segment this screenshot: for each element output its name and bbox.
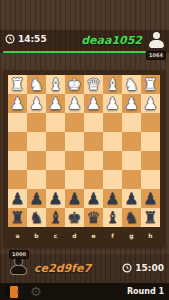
- black-pawn[interactable]: ♟: [105, 189, 119, 208]
- square-b6[interactable]: [27, 113, 46, 132]
- opponent-avatar[interactable]: [147, 32, 165, 48]
- player-rating-badge: 1000: [9, 250, 29, 259]
- square-h3[interactable]: [141, 170, 160, 189]
- file-label-h: h: [141, 232, 160, 239]
- white-pawn[interactable]: ♟: [10, 94, 24, 113]
- square-h2[interactable]: ♟: [141, 189, 160, 208]
- white-queen[interactable]: ♛: [86, 75, 100, 94]
- white-bishop[interactable]: ♝: [48, 75, 62, 94]
- square-h1[interactable]: ♜: [141, 208, 160, 227]
- black-pawn[interactable]: ♟: [143, 189, 157, 208]
- file-label-f: f: [103, 232, 122, 239]
- square-c8[interactable]: ♝: [46, 75, 65, 94]
- file-label-b: b: [27, 232, 46, 239]
- square-h7[interactable]: ♟: [141, 94, 160, 113]
- square-d6[interactable]: [65, 113, 84, 132]
- file-label-a: a: [8, 232, 27, 239]
- square-g4[interactable]: [122, 151, 141, 170]
- square-g8[interactable]: ♞: [122, 75, 141, 94]
- board-grid[interactable]: ♜♞♝♚♛♝♞♜♟♟♟♟♟♟♟♟♟♟♟♟♟♟♟♟♜♞♝♚♛♝♞♜: [8, 75, 160, 227]
- square-d3[interactable]: [65, 170, 84, 189]
- square-b7[interactable]: ♟: [27, 94, 46, 113]
- settings-gear-icon[interactable]: ⚙: [30, 285, 42, 298]
- square-g1[interactable]: ♞: [122, 208, 141, 227]
- square-d2[interactable]: ♟: [65, 189, 84, 208]
- square-c5[interactable]: [46, 132, 65, 151]
- white-pawn[interactable]: ♟: [67, 94, 81, 113]
- square-e7[interactable]: ♟: [84, 94, 103, 113]
- player-name: ce2d9fe7: [34, 262, 91, 275]
- square-e2[interactable]: ♟: [84, 189, 103, 208]
- square-e3[interactable]: [84, 170, 103, 189]
- exit-door-knob: [17, 291, 19, 293]
- square-b1[interactable]: ♞: [27, 208, 46, 227]
- square-e5[interactable]: [84, 132, 103, 151]
- black-pawn[interactable]: ♟: [67, 189, 81, 208]
- square-a3[interactable]: [8, 170, 27, 189]
- square-c6[interactable]: [46, 113, 65, 132]
- square-g2[interactable]: ♟: [122, 189, 141, 208]
- file-label-d: d: [65, 232, 84, 239]
- square-a2[interactable]: ♟: [8, 189, 27, 208]
- square-f6[interactable]: [103, 113, 122, 132]
- square-f8[interactable]: ♝: [103, 75, 122, 94]
- square-h6[interactable]: [141, 113, 160, 132]
- square-a1[interactable]: ♜: [8, 208, 27, 227]
- square-e4[interactable]: [84, 151, 103, 170]
- white-knight[interactable]: ♞: [29, 75, 43, 94]
- square-f4[interactable]: [103, 151, 122, 170]
- exit-door-icon[interactable]: [6, 286, 20, 298]
- bottom-toolbar: ⚙ Round 1: [0, 283, 169, 300]
- opponent-name: deaa1052: [81, 34, 142, 47]
- player-timer: 15:00: [122, 263, 164, 273]
- white-knight[interactable]: ♞: [124, 75, 138, 94]
- opponent-timer-value: 14:55: [18, 34, 47, 44]
- square-g5[interactable]: [122, 132, 141, 151]
- square-a5[interactable]: [8, 132, 27, 151]
- round-label: Round 1: [127, 287, 164, 296]
- square-b2[interactable]: ♟: [27, 189, 46, 208]
- black-queen[interactable]: ♛: [86, 208, 100, 227]
- clock-icon: [122, 263, 132, 273]
- square-c1[interactable]: ♝: [46, 208, 65, 227]
- square-c4[interactable]: [46, 151, 65, 170]
- opponent-rating-badge: 1064: [146, 51, 166, 60]
- black-pawn[interactable]: ♟: [10, 189, 24, 208]
- file-label-e: e: [84, 232, 103, 239]
- square-b4[interactable]: [27, 151, 46, 170]
- black-rook[interactable]: ♜: [10, 208, 24, 227]
- black-king[interactable]: ♚: [67, 208, 81, 227]
- square-c2[interactable]: ♟: [46, 189, 65, 208]
- square-b8[interactable]: ♞: [27, 75, 46, 94]
- white-pawn[interactable]: ♟: [29, 94, 43, 113]
- square-b5[interactable]: [27, 132, 46, 151]
- square-d8[interactable]: ♚: [65, 75, 84, 94]
- square-f3[interactable]: [103, 170, 122, 189]
- square-d1[interactable]: ♚: [65, 208, 84, 227]
- opponent-bar: 14:55 deaa1052: [0, 30, 169, 53]
- square-c7[interactable]: ♟: [46, 94, 65, 113]
- square-a7[interactable]: ♟: [8, 94, 27, 113]
- square-d7[interactable]: ♟: [65, 94, 84, 113]
- black-knight[interactable]: ♞: [124, 208, 138, 227]
- black-pawn[interactable]: ♟: [124, 189, 138, 208]
- square-a4[interactable]: [8, 151, 27, 170]
- black-pawn[interactable]: ♟: [29, 189, 43, 208]
- square-c3[interactable]: [46, 170, 65, 189]
- square-f1[interactable]: ♝: [103, 208, 122, 227]
- square-e8[interactable]: ♛: [84, 75, 103, 94]
- white-bishop[interactable]: ♝: [105, 75, 119, 94]
- square-e1[interactable]: ♛: [84, 208, 103, 227]
- square-f5[interactable]: [103, 132, 122, 151]
- chess-app-screen: 14:55 deaa1052 1064 ♜♞♝♚♛♝♞♜♟♟♟♟♟♟♟♟♟♟♟♟…: [0, 0, 169, 300]
- square-g7[interactable]: ♟: [122, 94, 141, 113]
- square-h8[interactable]: ♜: [141, 75, 160, 94]
- white-pawn[interactable]: ♟: [124, 94, 138, 113]
- square-d5[interactable]: [65, 132, 84, 151]
- file-labels: abcdefgh: [8, 232, 160, 239]
- black-pawn[interactable]: ♟: [48, 189, 62, 208]
- black-bishop[interactable]: ♝: [48, 208, 62, 227]
- clock-icon: [5, 34, 15, 44]
- square-f2[interactable]: ♟: [103, 189, 122, 208]
- opponent-timer: 14:55: [5, 34, 47, 44]
- square-a8[interactable]: ♜: [8, 75, 27, 94]
- white-rook[interactable]: ♜: [10, 75, 24, 94]
- square-h4[interactable]: [141, 151, 160, 170]
- player-avatar-head-icon: [15, 258, 22, 265]
- black-pawn[interactable]: ♟: [86, 189, 100, 208]
- chess-board-frame: ♜♞♝♚♛♝♞♜♟♟♟♟♟♟♟♟♟♟♟♟♟♟♟♟♜♞♝♚♛♝♞♜: [3, 70, 165, 246]
- black-bishop[interactable]: ♝: [105, 208, 119, 227]
- square-g3[interactable]: [122, 170, 141, 189]
- player-avatar-body-icon: [11, 266, 26, 274]
- square-a6[interactable]: [8, 113, 27, 132]
- square-f7[interactable]: ♟: [103, 94, 122, 113]
- opponent-turn-progress-line: [3, 51, 146, 53]
- black-rook[interactable]: ♜: [143, 208, 157, 227]
- white-pawn[interactable]: ♟: [48, 94, 62, 113]
- square-h5[interactable]: [141, 132, 160, 151]
- white-king[interactable]: ♚: [67, 75, 81, 94]
- player-avatar[interactable]: [8, 258, 28, 274]
- white-pawn[interactable]: ♟: [86, 94, 100, 113]
- file-label-c: c: [46, 232, 65, 239]
- square-d4[interactable]: [65, 151, 84, 170]
- opponent-avatar-head-icon: [153, 32, 160, 39]
- square-b3[interactable]: [27, 170, 46, 189]
- white-pawn[interactable]: ♟: [143, 94, 157, 113]
- square-g6[interactable]: [122, 113, 141, 132]
- white-rook[interactable]: ♜: [143, 75, 157, 94]
- player-timer-value: 15:00: [135, 263, 164, 273]
- opponent-avatar-body-icon: [149, 40, 164, 48]
- white-pawn[interactable]: ♟: [105, 94, 119, 113]
- black-knight[interactable]: ♞: [29, 208, 43, 227]
- square-e6[interactable]: [84, 113, 103, 132]
- file-label-g: g: [122, 232, 141, 239]
